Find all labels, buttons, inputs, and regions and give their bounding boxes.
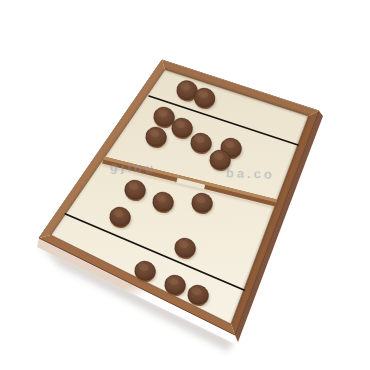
product-photo: gjiou ba.co <box>0 0 370 370</box>
sling-puck-board <box>0 0 370 370</box>
